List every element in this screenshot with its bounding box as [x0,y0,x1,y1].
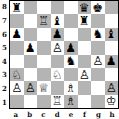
square-g8[interactable]: ♚ [91,1,105,14]
square-d2[interactable] [51,81,65,94]
square-a7[interactable] [10,14,24,27]
square-c8[interactable] [37,1,51,14]
square-f3[interactable]: ♙ [78,68,92,81]
black-knight-g6: ♞ [92,28,103,40]
rank-label-5: 5 [0,41,9,55]
square-f5[interactable] [78,41,92,54]
black-pawn-a6: ♟ [11,28,22,40]
white-pawn-h2: ♙ [106,81,117,93]
square-d1[interactable]: ♖ [51,95,65,108]
corner-spacer [0,109,9,119]
square-h3[interactable] [105,68,119,81]
file-label-h: h [105,109,119,119]
square-d7[interactable]: ♝ [51,14,65,27]
rank-label-4: 4 [0,55,9,69]
square-a3[interactable]: ♘ [10,68,24,81]
white-bishop-e2: ♗ [65,81,76,93]
square-e4[interactable]: ♞ [64,55,78,68]
square-g1[interactable] [91,95,105,108]
square-c3[interactable] [37,68,51,81]
square-f4[interactable] [78,55,92,68]
square-g2[interactable] [91,81,105,94]
black-queen-f8: ♛ [79,1,90,13]
black-bishop-d7: ♝ [52,15,63,27]
square-b2[interactable]: ♙ [24,81,38,94]
square-e6[interactable] [64,28,78,41]
square-c1[interactable] [37,95,51,108]
square-f1[interactable] [78,95,92,108]
rank-labels: 87654321 [0,0,9,109]
black-knight-e4: ♞ [65,55,76,67]
square-e3[interactable] [64,68,78,81]
square-a6[interactable]: ♟ [10,28,24,41]
square-h8[interactable] [105,1,119,14]
file-label-c: c [37,109,51,119]
square-c7[interactable]: ♖ [37,14,51,27]
square-d8[interactable] [51,1,65,14]
square-g3[interactable] [91,68,105,81]
square-e8[interactable] [64,1,78,14]
square-g7[interactable] [91,14,105,27]
square-c6[interactable] [37,28,51,41]
square-a8[interactable]: ♜ [10,1,24,14]
white-pawn-b2: ♙ [25,81,36,93]
square-f6[interactable] [78,28,92,41]
square-f2[interactable] [78,81,92,94]
square-b1[interactable] [24,95,38,108]
rank-label-1: 1 [0,95,9,109]
square-a4[interactable] [10,55,24,68]
square-c2[interactable]: ♕ [37,81,51,94]
black-king-g8: ♚ [92,1,103,13]
white-queen-c2: ♕ [38,81,49,93]
square-d5[interactable]: ♙ [51,41,65,54]
square-d4[interactable] [51,55,65,68]
square-h5[interactable] [105,41,119,54]
rank-label-7: 7 [0,14,9,28]
square-h1[interactable]: ♔ [105,95,119,108]
rank-label-2: 2 [0,82,9,96]
white-bishop-e1: ♗ [65,95,76,107]
square-c4[interactable] [37,55,51,68]
file-label-g: g [92,109,106,119]
rank-label-8: 8 [0,0,9,14]
black-pawn-e5: ♟ [65,41,76,53]
white-knight-d3: ♘ [52,68,63,80]
square-h4[interactable]: ♟ [105,55,119,68]
white-rook-d1: ♖ [52,95,63,107]
black-pawn-d6: ♟ [52,28,63,40]
square-b8[interactable] [24,1,38,14]
file-label-d: d [50,109,64,119]
square-b7[interactable] [24,14,38,27]
black-pawn-h4: ♟ [106,55,117,67]
square-a5[interactable] [10,41,24,54]
square-d6[interactable]: ♟ [51,28,65,41]
file-label-e: e [64,109,78,119]
chess-board: ♜♛♚♖♝♜♟♟♞♝♟♙♟♞♙♟♘♘♙♙♙♕♗♙♖♗♔ [9,0,119,109]
square-f8[interactable]: ♛ [78,1,92,14]
square-b4[interactable] [24,55,38,68]
square-f7[interactable]: ♜ [78,14,92,27]
square-e7[interactable] [64,14,78,27]
black-pawn-b5: ♟ [25,41,36,53]
square-e2[interactable]: ♗ [64,81,78,94]
square-g6[interactable]: ♞ [91,28,105,41]
file-label-a: a [9,109,23,119]
file-label-b: b [23,109,37,119]
white-pawn-f3: ♙ [79,68,90,80]
black-bishop-h6: ♝ [106,28,117,40]
square-b5[interactable]: ♟ [24,41,38,54]
white-king-h1: ♔ [106,95,117,107]
white-knight-a3: ♘ [11,68,22,80]
file-label-f: f [78,109,92,119]
square-h7[interactable] [105,14,119,27]
square-g5[interactable] [91,41,105,54]
square-h6[interactable]: ♝ [105,28,119,41]
square-b3[interactable] [24,68,38,81]
rank-label-3: 3 [0,68,9,82]
square-b6[interactable] [24,28,38,41]
rank-label-6: 6 [0,27,9,41]
white-pawn-d5: ♙ [52,41,63,53]
square-g4[interactable]: ♙ [91,55,105,68]
square-a2[interactable]: ♙ [10,81,24,94]
square-e1[interactable]: ♗ [64,95,78,108]
black-rook-a8: ♜ [11,1,22,13]
square-d3[interactable]: ♘ [51,68,65,81]
square-a1[interactable] [10,95,24,108]
black-rook-f7: ♜ [79,15,90,27]
white-rook-c7: ♖ [38,15,49,27]
square-c5[interactable] [37,41,51,54]
file-labels: abcdefgh [9,109,119,119]
white-pawn-a2: ♙ [11,81,22,93]
square-e5[interactable]: ♟ [64,41,78,54]
square-h2[interactable]: ♙ [105,81,119,94]
white-pawn-g4: ♙ [92,55,103,67]
chess-diagram: 87654321 ♜♛♚♖♝♜♟♟♞♝♟♙♟♞♙♟♘♘♙♙♙♕♗♙♖♗♔ abc… [0,0,119,119]
